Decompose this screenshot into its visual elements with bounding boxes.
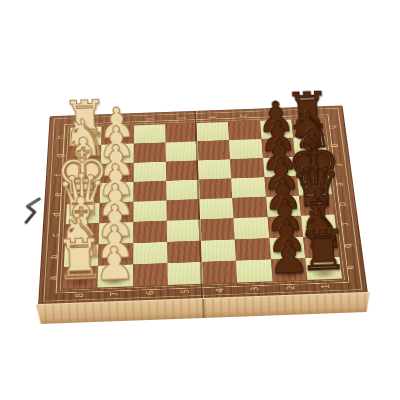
square — [133, 181, 166, 202]
square: ♞ — [69, 145, 102, 165]
square: ♟ — [271, 258, 308, 281]
piece-white-pawn: ♟ — [97, 102, 136, 145]
square — [165, 141, 198, 161]
square — [133, 201, 167, 223]
square — [166, 160, 199, 180]
square: ♝ — [68, 164, 101, 185]
square: ♟ — [99, 202, 133, 224]
square: ♝ — [295, 156, 330, 176]
square: ♜ — [291, 118, 325, 137]
square — [166, 199, 200, 221]
square — [133, 263, 168, 286]
square: ♟ — [264, 176, 299, 197]
square — [199, 198, 233, 220]
square: ♟ — [267, 216, 303, 238]
square: ♛ — [66, 203, 100, 225]
square — [202, 261, 238, 284]
square: ♟ — [260, 120, 293, 139]
box-front-seam — [202, 299, 205, 318]
square: ♚ — [297, 175, 332, 196]
square: ♟ — [101, 125, 133, 145]
square: ♟ — [269, 237, 305, 260]
square: ♟ — [99, 222, 133, 244]
square — [232, 197, 267, 218]
square: ♜ — [70, 127, 102, 147]
square — [133, 143, 165, 163]
piece-black-pawn: ♟ — [257, 96, 296, 139]
square: ♝ — [65, 223, 100, 245]
square — [198, 159, 231, 179]
square: ♟ — [261, 138, 295, 158]
square: ♟ — [98, 243, 133, 266]
square: ♟ — [98, 264, 133, 287]
square: ♟ — [100, 163, 133, 184]
square — [197, 140, 230, 160]
clasp-hook-icon — [20, 197, 45, 228]
square: ♟ — [101, 144, 133, 164]
chess-set: hgfedcba hgfedcba 87654321 87654321 ♜♟♟♜… — [26, 0, 369, 335]
square — [231, 177, 265, 198]
square: ♟ — [266, 196, 301, 217]
square — [167, 262, 202, 285]
square: ♟ — [263, 157, 297, 177]
square — [133, 124, 165, 144]
square — [133, 242, 167, 265]
square — [235, 238, 271, 261]
chess-board: hgfedcba hgfedcba 87654321 87654321 ♜♟♟♜… — [38, 105, 368, 305]
square — [165, 123, 197, 143]
square: ♜ — [63, 266, 98, 289]
product-photo: hgfedcba hgfedcba 87654321 87654321 ♜♟♟♜… — [0, 0, 400, 400]
square — [234, 217, 269, 239]
square: ♟ — [100, 182, 133, 203]
square — [133, 221, 167, 243]
square: ♞ — [293, 137, 327, 157]
square — [167, 220, 201, 242]
square — [229, 139, 262, 159]
square: ♛ — [299, 194, 335, 215]
piece-black-rook: ♜ — [284, 85, 331, 137]
square — [133, 161, 166, 182]
square: ♝ — [301, 215, 337, 237]
square — [236, 259, 272, 282]
square — [230, 158, 264, 178]
square — [200, 218, 235, 240]
square — [201, 239, 236, 262]
square — [197, 122, 230, 142]
square: ♞ — [64, 244, 99, 267]
square: ♚ — [67, 183, 101, 204]
square: ♜ — [305, 257, 342, 280]
square — [166, 180, 199, 201]
square: ♞ — [303, 235, 340, 258]
square — [199, 178, 233, 199]
square — [167, 240, 202, 263]
square — [228, 121, 261, 141]
